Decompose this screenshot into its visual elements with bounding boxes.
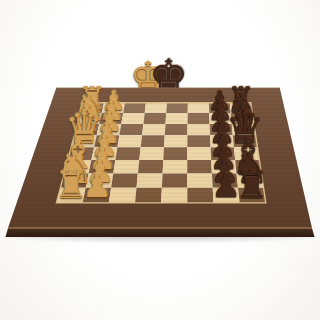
chess-set-photo: ♚♚ ♜♞♝♛♝♞♜♟♟♟♟♟♟♟♟♟♟♟♟♟♟♟♟♜♞♝♛♝♞♜	[0, 0, 320, 320]
piece-black-rook-h8[interactable]: ♜	[222, 167, 282, 204]
piece-white-pawn-h2[interactable]: ♟	[67, 170, 127, 203]
board-side-edge	[6, 228, 315, 237]
